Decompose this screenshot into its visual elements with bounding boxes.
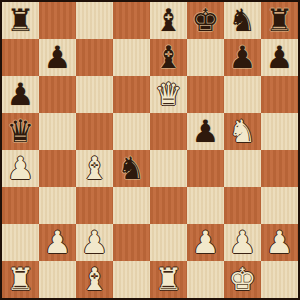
square-h1[interactable] <box>261 261 298 298</box>
square-a8[interactable]: ♜ <box>2 2 39 39</box>
square-d4[interactable]: ♞ <box>113 150 150 187</box>
square-e8[interactable]: ♝ <box>150 2 187 39</box>
square-d1[interactable] <box>113 261 150 298</box>
piece-black-bishop[interactable]: ♝ <box>155 39 183 76</box>
piece-white-king[interactable]: ♚ <box>229 261 257 298</box>
piece-black-king[interactable]: ♚ <box>192 2 220 39</box>
square-g2[interactable]: ♟ <box>224 224 261 261</box>
piece-white-bishop[interactable]: ♝ <box>81 150 109 187</box>
square-c6[interactable] <box>76 76 113 113</box>
square-b5[interactable] <box>39 113 76 150</box>
piece-white-rook[interactable]: ♜ <box>7 261 35 298</box>
square-h6[interactable] <box>261 76 298 113</box>
square-a2[interactable] <box>2 224 39 261</box>
square-b3[interactable] <box>39 187 76 224</box>
square-d6[interactable] <box>113 76 150 113</box>
square-c2[interactable]: ♟ <box>76 224 113 261</box>
square-a6[interactable]: ♟ <box>2 76 39 113</box>
piece-black-rook[interactable]: ♜ <box>7 2 35 39</box>
square-h3[interactable] <box>261 187 298 224</box>
piece-white-pawn[interactable]: ♟ <box>266 224 294 261</box>
square-h5[interactable] <box>261 113 298 150</box>
square-d5[interactable] <box>113 113 150 150</box>
square-f3[interactable] <box>187 187 224 224</box>
square-c4[interactable]: ♝ <box>76 150 113 187</box>
piece-white-knight[interactable]: ♞ <box>229 113 257 150</box>
square-g8[interactable]: ♞ <box>224 2 261 39</box>
piece-black-bishop[interactable]: ♝ <box>155 2 183 39</box>
square-a3[interactable] <box>2 187 39 224</box>
square-d2[interactable] <box>113 224 150 261</box>
piece-black-pawn[interactable]: ♟ <box>266 39 294 76</box>
square-d3[interactable] <box>113 187 150 224</box>
piece-black-queen[interactable]: ♛ <box>7 113 35 150</box>
piece-black-pawn[interactable]: ♟ <box>44 39 72 76</box>
piece-black-pawn[interactable]: ♟ <box>229 39 257 76</box>
square-h8[interactable]: ♜ <box>261 2 298 39</box>
square-b7[interactable]: ♟ <box>39 39 76 76</box>
square-a1[interactable]: ♜ <box>2 261 39 298</box>
square-g5[interactable]: ♞ <box>224 113 261 150</box>
square-e5[interactable] <box>150 113 187 150</box>
piece-black-knight[interactable]: ♞ <box>118 150 146 187</box>
piece-white-pawn[interactable]: ♟ <box>7 150 35 187</box>
square-e1[interactable]: ♜ <box>150 261 187 298</box>
square-h4[interactable] <box>261 150 298 187</box>
piece-white-pawn[interactable]: ♟ <box>44 224 72 261</box>
square-a5[interactable]: ♛ <box>2 113 39 150</box>
square-f4[interactable] <box>187 150 224 187</box>
square-d8[interactable] <box>113 2 150 39</box>
square-e7[interactable]: ♝ <box>150 39 187 76</box>
square-a4[interactable]: ♟ <box>2 150 39 187</box>
piece-white-pawn[interactable]: ♟ <box>81 224 109 261</box>
square-g7[interactable]: ♟ <box>224 39 261 76</box>
square-e2[interactable] <box>150 224 187 261</box>
piece-white-rook[interactable]: ♜ <box>155 261 183 298</box>
square-b8[interactable] <box>39 2 76 39</box>
square-c3[interactable] <box>76 187 113 224</box>
square-d7[interactable] <box>113 39 150 76</box>
square-f1[interactable] <box>187 261 224 298</box>
square-g1[interactable]: ♚ <box>224 261 261 298</box>
square-b4[interactable] <box>39 150 76 187</box>
square-f5[interactable]: ♟ <box>187 113 224 150</box>
square-f6[interactable] <box>187 76 224 113</box>
square-c1[interactable]: ♝ <box>76 261 113 298</box>
piece-black-pawn[interactable]: ♟ <box>192 113 220 150</box>
square-e4[interactable] <box>150 150 187 187</box>
piece-black-pawn[interactable]: ♟ <box>7 76 35 113</box>
piece-white-pawn[interactable]: ♟ <box>192 224 220 261</box>
square-f7[interactable] <box>187 39 224 76</box>
square-e6[interactable]: ♛ <box>150 76 187 113</box>
square-a7[interactable] <box>2 39 39 76</box>
square-h7[interactable]: ♟ <box>261 39 298 76</box>
square-h2[interactable]: ♟ <box>261 224 298 261</box>
square-e3[interactable] <box>150 187 187 224</box>
square-c8[interactable] <box>76 2 113 39</box>
square-g4[interactable] <box>224 150 261 187</box>
chess-board-frame: ♜♝♚♞♜♟♝♟♟♟♛♛♟♞♟♝♞♟♟♟♟♟♜♝♜♚ <box>0 0 300 300</box>
square-b6[interactable] <box>39 76 76 113</box>
square-f8[interactable]: ♚ <box>187 2 224 39</box>
piece-black-knight[interactable]: ♞ <box>229 2 257 39</box>
piece-white-pawn[interactable]: ♟ <box>229 224 257 261</box>
square-f2[interactable]: ♟ <box>187 224 224 261</box>
square-c7[interactable] <box>76 39 113 76</box>
square-b2[interactable]: ♟ <box>39 224 76 261</box>
square-c5[interactable] <box>76 113 113 150</box>
piece-white-queen[interactable]: ♛ <box>155 76 183 113</box>
chess-board: ♜♝♚♞♜♟♝♟♟♟♛♛♟♞♟♝♞♟♟♟♟♟♜♝♜♚ <box>2 2 298 298</box>
piece-black-rook[interactable]: ♜ <box>266 2 294 39</box>
square-g3[interactable] <box>224 187 261 224</box>
piece-white-bishop[interactable]: ♝ <box>81 261 109 298</box>
square-b1[interactable] <box>39 261 76 298</box>
square-g6[interactable] <box>224 76 261 113</box>
